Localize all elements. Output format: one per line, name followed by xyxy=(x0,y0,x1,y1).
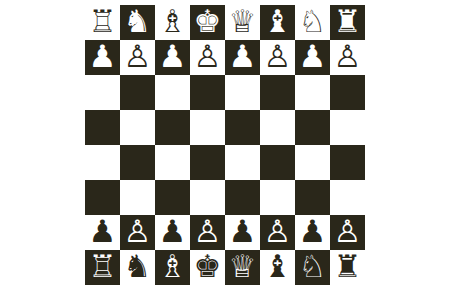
piece-white-rook: ♖ xyxy=(89,6,117,37)
square-a4[interactable] xyxy=(330,110,365,145)
square-a7[interactable]: ♙ xyxy=(330,215,365,250)
square-g8[interactable]: ♞ xyxy=(120,250,155,285)
square-a2[interactable]: ♙ xyxy=(330,40,365,75)
square-e2[interactable]: ♙ xyxy=(190,40,225,75)
piece-white-pawn: ♙ xyxy=(194,41,222,72)
piece-white-pawn: ♟ xyxy=(89,41,117,72)
square-a6[interactable] xyxy=(330,180,365,215)
square-e3[interactable] xyxy=(190,75,225,110)
piece-black-bishop: ♝ xyxy=(264,251,292,282)
square-e5[interactable] xyxy=(190,145,225,180)
square-d1[interactable]: ♕ xyxy=(225,5,260,40)
piece-white-bishop: ♗ xyxy=(159,6,187,37)
piece-black-pawn: ♟ xyxy=(299,216,327,247)
square-c8[interactable]: ♝ xyxy=(260,250,295,285)
square-h8[interactable]: ♖ xyxy=(85,250,120,285)
square-a1[interactable]: ♜ xyxy=(330,5,365,40)
piece-white-knight: ♞ xyxy=(124,6,152,37)
square-g1[interactable]: ♞ xyxy=(120,5,155,40)
piece-black-pawn: ♙ xyxy=(194,216,222,247)
piece-black-rook: ♖ xyxy=(89,251,117,282)
square-d5[interactable] xyxy=(225,145,260,180)
square-b1[interactable]: ♘ xyxy=(295,5,330,40)
square-b2[interactable]: ♟ xyxy=(295,40,330,75)
square-b6[interactable] xyxy=(295,180,330,215)
square-b3[interactable] xyxy=(295,75,330,110)
piece-black-rook: ♜ xyxy=(334,251,362,282)
square-d3[interactable] xyxy=(225,75,260,110)
square-b4[interactable] xyxy=(295,110,330,145)
square-a8[interactable]: ♜ xyxy=(330,250,365,285)
square-a5[interactable] xyxy=(330,145,365,180)
square-f3[interactable] xyxy=(155,75,190,110)
square-e7[interactable]: ♙ xyxy=(190,215,225,250)
piece-white-king: ♚ xyxy=(194,6,222,37)
piece-white-bishop: ♝ xyxy=(264,6,292,37)
piece-black-pawn: ♟ xyxy=(229,216,257,247)
square-c7[interactable]: ♙ xyxy=(260,215,295,250)
square-b8[interactable]: ♘ xyxy=(295,250,330,285)
piece-white-pawn: ♙ xyxy=(334,41,362,72)
square-g6[interactable] xyxy=(120,180,155,215)
chessboard-stage: ♖♞♗♚♕♝♘♜♟♙♟♙♟♙♟♙♟♙♟♙♟♙♟♙♖♞♗♚♕♝♘♜ xyxy=(0,0,452,300)
piece-white-knight: ♘ xyxy=(299,6,327,37)
square-f6[interactable] xyxy=(155,180,190,215)
piece-white-pawn: ♙ xyxy=(124,41,152,72)
piece-white-pawn: ♟ xyxy=(159,41,187,72)
piece-white-queen: ♕ xyxy=(229,6,257,37)
piece-white-pawn: ♟ xyxy=(299,41,327,72)
chess-board: ♖♞♗♚♕♝♘♜♟♙♟♙♟♙♟♙♟♙♟♙♟♙♟♙♖♞♗♚♕♝♘♜ xyxy=(85,5,365,285)
piece-white-pawn: ♙ xyxy=(264,41,292,72)
square-c6[interactable] xyxy=(260,180,295,215)
square-a3[interactable] xyxy=(330,75,365,110)
square-d8[interactable]: ♕ xyxy=(225,250,260,285)
square-e4[interactable] xyxy=(190,110,225,145)
square-c4[interactable] xyxy=(260,110,295,145)
piece-black-pawn: ♙ xyxy=(334,216,362,247)
square-e6[interactable] xyxy=(190,180,225,215)
square-h3[interactable] xyxy=(85,75,120,110)
square-b5[interactable] xyxy=(295,145,330,180)
piece-black-pawn: ♟ xyxy=(89,216,117,247)
square-g4[interactable] xyxy=(120,110,155,145)
square-g7[interactable]: ♙ xyxy=(120,215,155,250)
square-g2[interactable]: ♙ xyxy=(120,40,155,75)
square-h7[interactable]: ♟ xyxy=(85,215,120,250)
piece-white-pawn: ♟ xyxy=(229,41,257,72)
square-h6[interactable] xyxy=(85,180,120,215)
square-c5[interactable] xyxy=(260,145,295,180)
square-d6[interactable] xyxy=(225,180,260,215)
piece-black-knight: ♘ xyxy=(299,251,327,282)
piece-black-king: ♚ xyxy=(194,251,222,282)
square-f1[interactable]: ♗ xyxy=(155,5,190,40)
square-c2[interactable]: ♙ xyxy=(260,40,295,75)
square-e8[interactable]: ♚ xyxy=(190,250,225,285)
piece-black-bishop: ♗ xyxy=(159,251,187,282)
square-c3[interactable] xyxy=(260,75,295,110)
piece-white-rook: ♜ xyxy=(334,6,362,37)
square-f7[interactable]: ♟ xyxy=(155,215,190,250)
square-h1[interactable]: ♖ xyxy=(85,5,120,40)
piece-black-knight: ♞ xyxy=(124,251,152,282)
square-d7[interactable]: ♟ xyxy=(225,215,260,250)
square-f2[interactable]: ♟ xyxy=(155,40,190,75)
piece-black-pawn: ♙ xyxy=(264,216,292,247)
square-h4[interactable] xyxy=(85,110,120,145)
piece-black-pawn: ♙ xyxy=(124,216,152,247)
square-g5[interactable] xyxy=(120,145,155,180)
piece-black-pawn: ♟ xyxy=(159,216,187,247)
square-f5[interactable] xyxy=(155,145,190,180)
square-e1[interactable]: ♚ xyxy=(190,5,225,40)
square-b7[interactable]: ♟ xyxy=(295,215,330,250)
square-f8[interactable]: ♗ xyxy=(155,250,190,285)
square-c1[interactable]: ♝ xyxy=(260,5,295,40)
piece-black-queen: ♕ xyxy=(229,251,257,282)
square-d2[interactable]: ♟ xyxy=(225,40,260,75)
square-f4[interactable] xyxy=(155,110,190,145)
square-h5[interactable] xyxy=(85,145,120,180)
square-h2[interactable]: ♟ xyxy=(85,40,120,75)
square-d4[interactable] xyxy=(225,110,260,145)
square-g3[interactable] xyxy=(120,75,155,110)
